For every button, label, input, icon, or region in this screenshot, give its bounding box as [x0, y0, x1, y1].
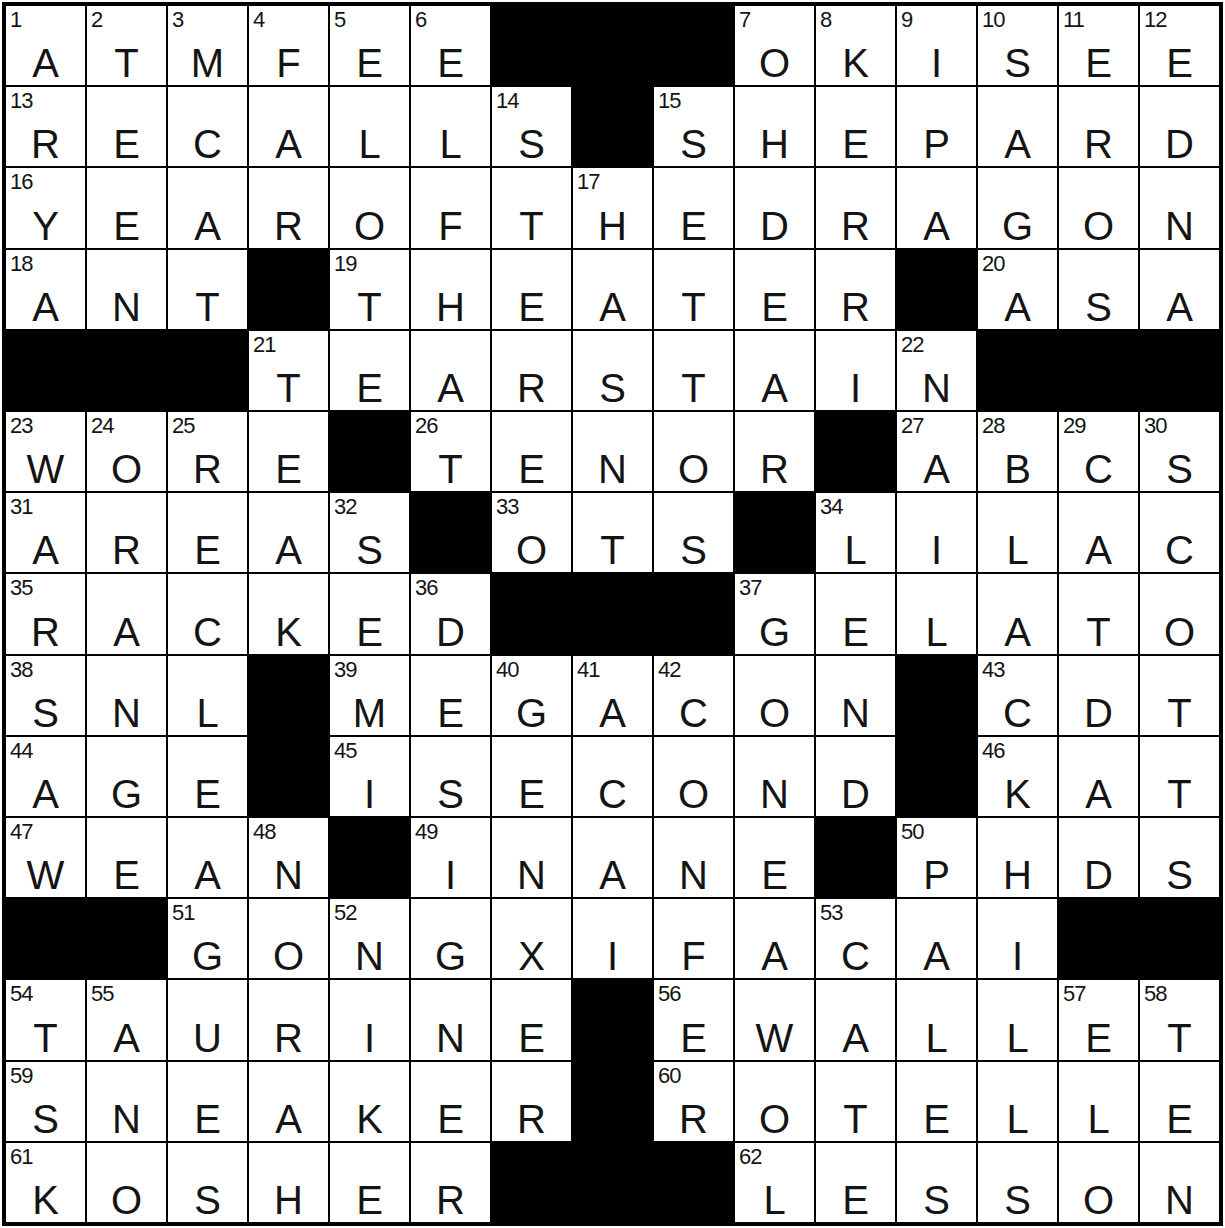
cell-r4c15[interactable]: A: [1140, 250, 1219, 329]
cell-letter: W: [6, 855, 85, 895]
cell-r2c13[interactable]: A: [978, 87, 1057, 166]
cell-r13c13[interactable]: L: [978, 980, 1057, 1059]
cell-letter: R: [735, 449, 814, 489]
cell-letter: O: [654, 449, 733, 489]
cell-letter: L: [330, 124, 409, 164]
cell-r2c6[interactable]: L: [411, 87, 490, 166]
cell-letter: L: [168, 693, 247, 733]
cell-r3c9[interactable]: E: [654, 168, 733, 247]
cell-r15c6[interactable]: R: [411, 1143, 490, 1222]
cell-r8c8: [573, 574, 652, 653]
cell-r4c11[interactable]: R: [816, 250, 895, 329]
cell-r4c10[interactable]: E: [735, 250, 814, 329]
cell-r10c5[interactable]: 45I: [330, 737, 409, 816]
cell-r4c13[interactable]: 20A: [978, 250, 1057, 329]
cell-r2c14[interactable]: R: [1059, 87, 1138, 166]
cell-r3c4[interactable]: R: [249, 168, 328, 247]
cell-letter: T: [654, 368, 733, 408]
cell-letter: E: [492, 287, 571, 327]
cell-r10c15[interactable]: T: [1140, 737, 1219, 816]
cell-r10c9[interactable]: O: [654, 737, 733, 816]
cell-letter: T: [168, 287, 247, 327]
cell-r2c11[interactable]: E: [816, 87, 895, 166]
cell-r13c7[interactable]: E: [492, 980, 571, 1059]
cell-r11c13[interactable]: H: [978, 818, 1057, 897]
cell-r14c9[interactable]: 60R: [654, 1062, 733, 1141]
cell-letter: A: [87, 1018, 166, 1058]
cell-r15c3[interactable]: S: [168, 1143, 247, 1222]
cell-letter: A: [735, 936, 814, 976]
cell-r1c4[interactable]: 4F: [249, 6, 328, 85]
cell-r9c3[interactable]: L: [168, 656, 247, 735]
cell-letter: E: [87, 206, 166, 246]
cell-r11c15[interactable]: S: [1140, 818, 1219, 897]
cell-r2c12[interactable]: P: [897, 87, 976, 166]
cell-r7c10: [735, 493, 814, 572]
cell-r9c5[interactable]: 39M: [330, 656, 409, 735]
cell-r1c2[interactable]: 2T: [87, 6, 166, 85]
clue-number: 17: [577, 171, 599, 193]
cell-r4c8[interactable]: A: [573, 250, 652, 329]
cell-r7c1[interactable]: 31A: [6, 493, 85, 572]
cell-letter: L: [816, 530, 895, 570]
cell-r10c10[interactable]: N: [735, 737, 814, 816]
cell-r9c9[interactable]: 42C: [654, 656, 733, 735]
cell-r15c11[interactable]: E: [816, 1143, 895, 1222]
cell-r10c3[interactable]: E: [168, 737, 247, 816]
cell-r5c11[interactable]: I: [816, 331, 895, 410]
cell-r4c3[interactable]: T: [168, 250, 247, 329]
cell-r2c9[interactable]: 15S: [654, 87, 733, 166]
cell-r6c7[interactable]: E: [492, 412, 571, 491]
cell-r3c6[interactable]: F: [411, 168, 490, 247]
cell-letter: N: [492, 855, 571, 895]
cell-letter: A: [897, 206, 976, 246]
cell-r13c12[interactable]: L: [897, 980, 976, 1059]
cell-r3c11[interactable]: R: [816, 168, 895, 247]
cell-r14c6[interactable]: E: [411, 1062, 490, 1141]
cell-letter: I: [978, 936, 1057, 976]
cell-r12c13[interactable]: I: [978, 899, 1057, 978]
cell-letter: H: [978, 855, 1057, 895]
cell-letter: M: [168, 43, 247, 83]
cell-r3c2[interactable]: E: [87, 168, 166, 247]
cell-letter: C: [168, 124, 247, 164]
cell-r6c14[interactable]: 29C: [1059, 412, 1138, 491]
cell-letter: T: [1140, 693, 1219, 733]
cell-r12c14: [1059, 899, 1138, 978]
cell-r4c2[interactable]: N: [87, 250, 166, 329]
cell-r13c6[interactable]: N: [411, 980, 490, 1059]
cell-r10c6[interactable]: S: [411, 737, 490, 816]
cell-r13c5[interactable]: I: [330, 980, 409, 1059]
cell-r1c12[interactable]: 9I: [897, 6, 976, 85]
cell-r1c14[interactable]: 11E: [1059, 6, 1138, 85]
cell-r14c13[interactable]: L: [978, 1062, 1057, 1141]
cell-r11c3[interactable]: A: [168, 818, 247, 897]
cell-r9c6[interactable]: E: [411, 656, 490, 735]
cell-letter: T: [411, 449, 490, 489]
cell-r12c7[interactable]: X: [492, 899, 571, 978]
cell-r11c11: [816, 818, 895, 897]
cell-letter: O: [735, 693, 814, 733]
cell-r8c13[interactable]: A: [978, 574, 1057, 653]
cell-r7c5[interactable]: 32S: [330, 493, 409, 572]
cell-letter: T: [249, 368, 328, 408]
cell-r8c4[interactable]: K: [249, 574, 328, 653]
cell-r8c10[interactable]: 37G: [735, 574, 814, 653]
cell-letter: G: [735, 612, 814, 652]
cell-r13c4[interactable]: R: [249, 980, 328, 1059]
cell-r2c2[interactable]: E: [87, 87, 166, 166]
cell-letter: I: [330, 1018, 409, 1058]
cell-r6c3[interactable]: 25R: [168, 412, 247, 491]
cell-letter: A: [897, 936, 976, 976]
cell-r4c1[interactable]: 18A: [6, 250, 85, 329]
cell-r13c2[interactable]: 55A: [87, 980, 166, 1059]
cell-letter: A: [168, 855, 247, 895]
clue-number: 1: [10, 9, 21, 31]
cell-r1c6[interactable]: 6E: [411, 6, 490, 85]
cell-r11c12[interactable]: 50P: [897, 818, 976, 897]
cell-letter: H: [249, 1180, 328, 1220]
cell-r5c6[interactable]: A: [411, 331, 490, 410]
cell-r7c3[interactable]: E: [168, 493, 247, 572]
cell-r5c4[interactable]: 21T: [249, 331, 328, 410]
cell-letter: A: [897, 449, 976, 489]
cell-r7c15[interactable]: C: [1140, 493, 1219, 572]
clue-number: 6: [415, 9, 426, 31]
cell-r11c9[interactable]: N: [654, 818, 733, 897]
clue-number: 30: [1144, 415, 1166, 437]
cell-r11c6[interactable]: 49I: [411, 818, 490, 897]
cell-r10c14[interactable]: A: [1059, 737, 1138, 816]
cell-r2c5[interactable]: L: [330, 87, 409, 166]
cell-letter: L: [978, 530, 1057, 570]
cell-r8c5[interactable]: E: [330, 574, 409, 653]
cell-letter: T: [573, 530, 652, 570]
cell-r2c15[interactable]: D: [1140, 87, 1219, 166]
cell-r12c11[interactable]: 53C: [816, 899, 895, 978]
cell-r14c3[interactable]: E: [168, 1062, 247, 1141]
cell-r4c14[interactable]: S: [1059, 250, 1138, 329]
cell-r2c3[interactable]: C: [168, 87, 247, 166]
cell-r15c1[interactable]: 61K: [6, 1143, 85, 1222]
cell-r2c10[interactable]: H: [735, 87, 814, 166]
cell-r6c9[interactable]: O: [654, 412, 733, 491]
cell-letter: Y: [6, 206, 85, 246]
cell-letter: R: [816, 287, 895, 327]
clue-number: 62: [739, 1146, 761, 1168]
cell-r15c13[interactable]: S: [978, 1143, 1057, 1222]
clue-number: 26: [415, 415, 437, 437]
cell-letter: E: [816, 612, 895, 652]
cell-r14c1[interactable]: 59S: [6, 1062, 85, 1141]
cell-r7c7[interactable]: 33O: [492, 493, 571, 572]
cell-letter: E: [654, 1018, 733, 1058]
cell-letter: R: [1059, 124, 1138, 164]
cell-r3c13[interactable]: G: [978, 168, 1057, 247]
cell-r8c12[interactable]: L: [897, 574, 976, 653]
cell-r9c10[interactable]: O: [735, 656, 814, 735]
cell-r11c14[interactable]: D: [1059, 818, 1138, 897]
cell-r14c11[interactable]: T: [816, 1062, 895, 1141]
cell-letter: E: [1059, 43, 1138, 83]
cell-r8c3[interactable]: C: [168, 574, 247, 653]
cell-r3c14[interactable]: O: [1059, 168, 1138, 247]
cell-letter: S: [654, 530, 733, 570]
cell-letter: L: [978, 1099, 1057, 1139]
cell-r4c5[interactable]: 19T: [330, 250, 409, 329]
cell-r3c3[interactable]: A: [168, 168, 247, 247]
cell-letter: L: [735, 1180, 814, 1220]
cell-r3c7[interactable]: T: [492, 168, 571, 247]
cell-r13c14[interactable]: 57E: [1059, 980, 1138, 1059]
cell-letter: E: [330, 1180, 409, 1220]
cell-letter: T: [1059, 612, 1138, 652]
cell-r1c13[interactable]: 10S: [978, 6, 1057, 85]
cell-letter: R: [6, 612, 85, 652]
cell-r7c9[interactable]: S: [654, 493, 733, 572]
cell-r8c1[interactable]: 35R: [6, 574, 85, 653]
cell-r5c1: [6, 331, 85, 410]
cell-r3c1[interactable]: 16Y: [6, 168, 85, 247]
cell-r15c15[interactable]: N: [1140, 1143, 1219, 1222]
cell-r12c6[interactable]: G: [411, 899, 490, 978]
cell-r2c1[interactable]: 13R: [6, 87, 85, 166]
cell-r10c1[interactable]: 44A: [6, 737, 85, 816]
cell-letter: E: [330, 368, 409, 408]
cell-r14c14[interactable]: L: [1059, 1062, 1138, 1141]
clue-number: 47: [10, 821, 32, 843]
cell-r6c6[interactable]: 26T: [411, 412, 490, 491]
cell-r15c2[interactable]: O: [87, 1143, 166, 1222]
cell-r3c12[interactable]: A: [897, 168, 976, 247]
cell-r8c2[interactable]: A: [87, 574, 166, 653]
cell-letter: S: [654, 124, 733, 164]
clue-number: 41: [577, 659, 599, 681]
clue-number: 55: [91, 983, 113, 1005]
cell-letter: A: [573, 693, 652, 733]
cell-r12c4[interactable]: O: [249, 899, 328, 978]
cell-r12c10[interactable]: A: [735, 899, 814, 978]
cell-r6c8[interactable]: N: [573, 412, 652, 491]
cell-letter: A: [6, 530, 85, 570]
cell-letter: A: [411, 368, 490, 408]
cell-r9c1[interactable]: 38S: [6, 656, 85, 735]
cell-r9c8[interactable]: 41A: [573, 656, 652, 735]
cell-r12c5[interactable]: 52N: [330, 899, 409, 978]
cell-letter: C: [978, 693, 1057, 733]
cell-r12c3[interactable]: 51G: [168, 899, 247, 978]
cell-r1c7: [492, 6, 571, 85]
cell-r13c1[interactable]: 54T: [6, 980, 85, 1059]
clue-number: 42: [658, 659, 680, 681]
cell-r8c6[interactable]: 36D: [411, 574, 490, 653]
cell-letter: H: [735, 124, 814, 164]
cell-letter: G: [978, 206, 1057, 246]
cell-r12c2: [87, 899, 166, 978]
cell-r7c2[interactable]: R: [87, 493, 166, 572]
cell-letter: N: [87, 1099, 166, 1139]
cell-r11c8[interactable]: A: [573, 818, 652, 897]
cell-letter: B: [978, 449, 1057, 489]
cell-r11c4[interactable]: 48N: [249, 818, 328, 897]
cell-r9c13[interactable]: 43C: [978, 656, 1057, 735]
cell-r2c4[interactable]: A: [249, 87, 328, 166]
cell-r2c7[interactable]: 14S: [492, 87, 571, 166]
cell-letter: E: [816, 1180, 895, 1220]
cell-r9c15[interactable]: T: [1140, 656, 1219, 735]
cell-r15c5[interactable]: E: [330, 1143, 409, 1222]
cell-r10c13[interactable]: 46K: [978, 737, 1057, 816]
clue-number: 23: [10, 415, 32, 437]
cell-r4c9[interactable]: T: [654, 250, 733, 329]
cell-letter: F: [249, 43, 328, 83]
cell-letter: S: [330, 530, 409, 570]
cell-r4c6[interactable]: H: [411, 250, 490, 329]
cell-r7c12[interactable]: I: [897, 493, 976, 572]
cell-r6c1[interactable]: 23W: [6, 412, 85, 491]
cell-r5c14: [1059, 331, 1138, 410]
cell-r15c14[interactable]: O: [1059, 1143, 1138, 1222]
cell-letter: G: [492, 693, 571, 733]
cell-r8c11[interactable]: E: [816, 574, 895, 653]
cell-r5c9[interactable]: T: [654, 331, 733, 410]
cell-r1c3[interactable]: 3M: [168, 6, 247, 85]
cell-r14c15[interactable]: E: [1140, 1062, 1219, 1141]
cell-r6c13[interactable]: 28B: [978, 412, 1057, 491]
cell-r1c5[interactable]: 5E: [330, 6, 409, 85]
cell-r6c4[interactable]: E: [249, 412, 328, 491]
cell-r11c2[interactable]: E: [87, 818, 166, 897]
cell-letter: S: [897, 1180, 976, 1220]
cell-r9c14[interactable]: D: [1059, 656, 1138, 735]
clue-number: 33: [496, 496, 518, 518]
cell-letter: E: [1140, 43, 1219, 83]
cell-r4c7[interactable]: E: [492, 250, 571, 329]
cell-r11c1[interactable]: 47W: [6, 818, 85, 897]
cell-r1c11[interactable]: 8K: [816, 6, 895, 85]
cell-letter: P: [897, 124, 976, 164]
cell-r7c13[interactable]: L: [978, 493, 1057, 572]
clue-number: 31: [10, 496, 32, 518]
cell-r13c15[interactable]: 58T: [1140, 980, 1219, 1059]
cell-r7c11[interactable]: 34L: [816, 493, 895, 572]
cell-r10c11[interactable]: D: [816, 737, 895, 816]
cell-r7c4[interactable]: A: [249, 493, 328, 572]
cell-r5c7[interactable]: R: [492, 331, 571, 410]
cell-r15c4[interactable]: H: [249, 1143, 328, 1222]
cell-r14c12[interactable]: E: [897, 1062, 976, 1141]
cell-r13c3[interactable]: U: [168, 980, 247, 1059]
cell-letter: K: [978, 774, 1057, 814]
cell-r10c7[interactable]: E: [492, 737, 571, 816]
cell-r13c10[interactable]: W: [735, 980, 814, 1059]
cell-letter: W: [6, 449, 85, 489]
cell-letter: G: [87, 774, 166, 814]
clue-number: 3: [172, 9, 183, 31]
cell-r1c1[interactable]: 1A: [6, 6, 85, 85]
cell-letter: I: [330, 774, 409, 814]
cell-r5c8[interactable]: S: [573, 331, 652, 410]
cell-r14c4[interactable]: A: [249, 1062, 328, 1141]
clue-number: 24: [91, 415, 113, 437]
cell-r3c10[interactable]: D: [735, 168, 814, 247]
cell-r8c14[interactable]: T: [1059, 574, 1138, 653]
cell-r6c15[interactable]: 30S: [1140, 412, 1219, 491]
cell-r10c12: [897, 737, 976, 816]
cell-letter: E: [87, 124, 166, 164]
cell-r13c8: [573, 980, 652, 1059]
cell-r11c10[interactable]: E: [735, 818, 814, 897]
cell-letter: R: [87, 530, 166, 570]
cell-letter: C: [1140, 530, 1219, 570]
cell-r15c10[interactable]: 62L: [735, 1143, 814, 1222]
cell-r5c5[interactable]: E: [330, 331, 409, 410]
clue-number: 36: [415, 577, 437, 599]
cell-letter: S: [1140, 855, 1219, 895]
cell-r14c10[interactable]: O: [735, 1062, 814, 1141]
cell-r11c7[interactable]: N: [492, 818, 571, 897]
cell-r9c11[interactable]: N: [816, 656, 895, 735]
cell-r15c12[interactable]: S: [897, 1143, 976, 1222]
cell-r6c2[interactable]: 24O: [87, 412, 166, 491]
clue-number: 20: [982, 253, 1004, 275]
cell-r13c9[interactable]: 56E: [654, 980, 733, 1059]
cell-letter: C: [1059, 449, 1138, 489]
clue-number: 59: [10, 1065, 32, 1087]
cell-letter: E: [492, 449, 571, 489]
cell-r1c10[interactable]: 7O: [735, 6, 814, 85]
cell-letter: R: [249, 1018, 328, 1058]
cell-letter: O: [1059, 1180, 1138, 1220]
clue-number: 34: [820, 496, 842, 518]
cell-letter: E: [492, 1018, 571, 1058]
cell-r6c10[interactable]: R: [735, 412, 814, 491]
cell-r12c8[interactable]: I: [573, 899, 652, 978]
cell-r13c11[interactable]: A: [816, 980, 895, 1059]
cell-r1c15[interactable]: 12E: [1140, 6, 1219, 85]
cell-letter: F: [411, 206, 490, 246]
cell-letter: O: [330, 206, 409, 246]
cell-r9c2[interactable]: N: [87, 656, 166, 735]
cell-letter: K: [330, 1099, 409, 1139]
cell-r9c7[interactable]: 40G: [492, 656, 571, 735]
cell-r14c2[interactable]: N: [87, 1062, 166, 1141]
cell-r12c9[interactable]: F: [654, 899, 733, 978]
cell-letter: I: [573, 936, 652, 976]
cell-r3c5[interactable]: O: [330, 168, 409, 247]
cell-letter: F: [654, 936, 733, 976]
cell-r12c12[interactable]: A: [897, 899, 976, 978]
cell-r8c15[interactable]: O: [1140, 574, 1219, 653]
cell-r5c10[interactable]: A: [735, 331, 814, 410]
cell-r3c8[interactable]: 17H: [573, 168, 652, 247]
cell-r14c5[interactable]: K: [330, 1062, 409, 1141]
cell-r14c7[interactable]: R: [492, 1062, 571, 1141]
cell-r7c8[interactable]: T: [573, 493, 652, 572]
cell-letter: S: [1059, 287, 1138, 327]
cell-r5c12[interactable]: 22N: [897, 331, 976, 410]
cell-r10c8[interactable]: C: [573, 737, 652, 816]
cell-r7c14[interactable]: A: [1059, 493, 1138, 572]
cell-r6c12[interactable]: 27A: [897, 412, 976, 491]
cell-letter: T: [87, 43, 166, 83]
cell-r10c2[interactable]: G: [87, 737, 166, 816]
cell-r3c15[interactable]: N: [1140, 168, 1219, 247]
cell-letter: A: [1059, 530, 1138, 570]
